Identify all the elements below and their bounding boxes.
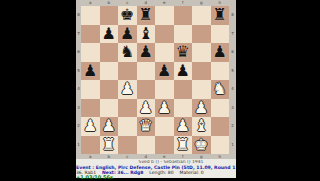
- square-f1: ♜: [174, 136, 193, 155]
- piece-black-bishop: ♝: [139, 25, 153, 43]
- piece-black-pawn: ♟: [120, 25, 134, 43]
- piece-black-king: ♚: [120, 6, 134, 24]
- coord-label: b: [100, 154, 119, 159]
- square-h8: ♜: [211, 6, 230, 25]
- square-e5: ♟: [155, 62, 174, 81]
- status-panel: Sved b () - Sebastian () 1941 Event : En…: [76, 159, 236, 178]
- square-f7: [174, 25, 193, 44]
- square-a7: [81, 25, 100, 44]
- square-c3: [118, 99, 137, 118]
- square-f4: [174, 80, 193, 99]
- piece-black-rook: ♜: [213, 6, 227, 24]
- square-b2: ♟: [100, 117, 119, 136]
- coord-label: c: [118, 154, 137, 159]
- square-h6: ♟: [211, 43, 230, 62]
- square-d5: [137, 62, 156, 81]
- coord-label: e: [155, 154, 174, 159]
- piece-white-pawn: ♟: [120, 80, 134, 98]
- engine-eval: +1.03/10 56s: [76, 175, 236, 181]
- piece-white-pawn: ♟: [83, 117, 97, 135]
- coord-label: g: [192, 154, 211, 159]
- square-a4: [81, 80, 100, 99]
- coord-label: 5: [229, 62, 236, 81]
- square-f8: [174, 6, 193, 25]
- rank-labels-right: 87654321: [229, 6, 236, 154]
- square-d2: ♛: [137, 117, 156, 136]
- piece-black-pawn: ♟: [176, 62, 190, 80]
- square-b5: [100, 62, 119, 81]
- piece-white-pawn: ♟: [139, 99, 153, 117]
- chess-board-block: abcdefgh 87654321 ♚♜♜♟♟♝♞♟♛♟♟♟♟♟♞♟♟♟♟♟♛♟…: [76, 0, 236, 159]
- square-d3: ♟: [137, 99, 156, 118]
- piece-black-queen: ♛: [176, 43, 190, 61]
- square-f6: ♛: [174, 43, 193, 62]
- coord-label: 3: [229, 99, 236, 118]
- coord-label: 8: [229, 6, 236, 25]
- content-column: abcdefgh 87654321 ♚♜♜♟♟♝♞♟♛♟♟♟♟♟♞♟♟♟♟♟♛♟…: [76, 0, 236, 180]
- piece-white-pawn: ♟: [194, 99, 208, 117]
- square-e7: [155, 25, 174, 44]
- piece-black-knight: ♞: [120, 43, 134, 61]
- piece-white-rook: ♜: [176, 136, 190, 154]
- piece-white-rook: ♜: [102, 136, 116, 154]
- square-a1: [81, 136, 100, 155]
- square-g7: [192, 25, 211, 44]
- square-h7: [211, 25, 230, 44]
- piece-white-pawn: ♟: [176, 117, 190, 135]
- square-h1: [211, 136, 230, 155]
- square-b6: [100, 43, 119, 62]
- square-b1: ♜: [100, 136, 119, 155]
- coord-label: 7: [229, 25, 236, 44]
- square-e3: ♟: [155, 99, 174, 118]
- piece-black-rook: ♜: [139, 6, 153, 24]
- square-a3: [81, 99, 100, 118]
- square-f5: ♟: [174, 62, 193, 81]
- square-b8: [100, 6, 119, 25]
- square-e2: [155, 117, 174, 136]
- square-e6: [155, 43, 174, 62]
- square-e8: [155, 6, 174, 25]
- square-h5: [211, 62, 230, 81]
- piece-white-queen: ♛: [139, 117, 153, 135]
- square-d6: ♟: [137, 43, 156, 62]
- square-h2: [211, 117, 230, 136]
- material-balance: Material: 0: [180, 170, 204, 175]
- piece-black-pawn: ♟: [157, 62, 171, 80]
- square-a2: ♟: [81, 117, 100, 136]
- square-g5: [192, 62, 211, 81]
- coord-label: 1: [229, 136, 236, 155]
- coord-label: f: [174, 154, 193, 159]
- file-labels-bottom: abcdefgh: [76, 154, 236, 159]
- piece-white-king: ♚: [194, 136, 208, 154]
- square-c1: [118, 136, 137, 155]
- square-c5: [118, 62, 137, 81]
- square-c2: [118, 117, 137, 136]
- piece-white-pawn: ♟: [102, 117, 116, 135]
- square-a5: ♟: [81, 62, 100, 81]
- square-h4: ♞: [211, 80, 230, 99]
- square-f3: [174, 99, 193, 118]
- square-c8: ♚: [118, 6, 137, 25]
- square-g2: ♝: [192, 117, 211, 136]
- square-g3: ♟: [192, 99, 211, 118]
- square-a6: [81, 43, 100, 62]
- square-b7: ♟: [100, 25, 119, 44]
- piece-white-pawn: ♟: [157, 99, 171, 117]
- square-a8: [81, 6, 100, 25]
- square-g1: ♚: [192, 136, 211, 155]
- piece-black-pawn: ♟: [83, 62, 97, 80]
- square-e4: [155, 80, 174, 99]
- square-g8: [192, 6, 211, 25]
- coord-label: a: [81, 154, 100, 159]
- square-e1: [155, 136, 174, 155]
- game-length: Length: 80: [149, 170, 173, 175]
- square-d1: [137, 136, 156, 155]
- square-c4: ♟: [118, 80, 137, 99]
- coord-label: d: [137, 154, 156, 159]
- square-d4: [137, 80, 156, 99]
- piece-white-bishop: ♝: [194, 117, 208, 135]
- coord-label: 6: [229, 43, 236, 62]
- piece-black-pawn: ♟: [102, 25, 116, 43]
- coord-label: 4: [229, 80, 236, 99]
- piece-white-knight: ♞: [213, 80, 227, 98]
- piece-black-pawn: ♟: [139, 43, 153, 61]
- chess-board: ♚♜♜♟♟♝♞♟♛♟♟♟♟♟♞♟♟♟♟♟♛♟♝♜♜♚: [81, 6, 229, 154]
- square-c6: ♞: [118, 43, 137, 62]
- coord-label: 2: [229, 117, 236, 136]
- square-f2: ♟: [174, 117, 193, 136]
- square-b3: [100, 99, 119, 118]
- square-h3: [211, 99, 230, 118]
- coord-label: h: [211, 154, 230, 159]
- square-g4: [192, 80, 211, 99]
- square-g6: [192, 43, 211, 62]
- square-d8: ♜: [137, 6, 156, 25]
- piece-black-pawn: ♟: [213, 43, 227, 61]
- square-c7: ♟: [118, 25, 137, 44]
- square-d7: ♝: [137, 25, 156, 44]
- square-b4: [100, 80, 119, 99]
